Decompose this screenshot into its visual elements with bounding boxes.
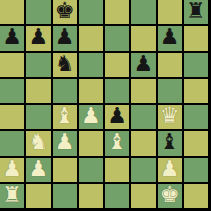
square-h1[interactable] — [184, 184, 208, 208]
square-a8[interactable] — [0, 0, 24, 24]
square-f3[interactable] — [131, 131, 155, 155]
white-knight-b3: ♞ — [29, 131, 49, 153]
black-pawn-e4: ♟ — [107, 105, 127, 127]
square-b3[interactable]: ♞ — [26, 131, 50, 155]
square-a5[interactable] — [0, 79, 24, 103]
square-h3[interactable] — [184, 131, 208, 155]
square-h4[interactable] — [184, 105, 208, 129]
white-pawn-g2: ♟ — [160, 158, 180, 180]
square-a7[interactable]: ♟ — [0, 26, 24, 50]
square-h8[interactable]: ♜ — [184, 0, 208, 24]
white-pawn-d4: ♟ — [81, 105, 101, 127]
square-g5[interactable] — [158, 79, 182, 103]
square-e3[interactable]: ♝ — [105, 131, 129, 155]
square-h5[interactable] — [184, 79, 208, 103]
square-e5[interactable] — [105, 79, 129, 103]
square-e4[interactable]: ♟ — [105, 105, 129, 129]
white-bishop-c4: ♝ — [55, 105, 75, 127]
square-c2[interactable] — [53, 158, 77, 182]
square-e7[interactable] — [105, 26, 129, 50]
square-f8[interactable] — [131, 0, 155, 24]
square-d3[interactable] — [79, 131, 103, 155]
square-g7[interactable]: ♟ — [158, 26, 182, 50]
white-bishop-e3: ♝ — [107, 131, 127, 153]
square-b8[interactable] — [26, 0, 50, 24]
square-g1[interactable]: ♚ — [158, 184, 182, 208]
square-d8[interactable] — [79, 0, 103, 24]
square-c8[interactable]: ♚ — [53, 0, 77, 24]
chess-board: ♚♜♟♟♟♟♞♟♝♟♟♛♞♟♝♝♟♟♟♜♚ — [0, 0, 211, 211]
white-queen-g4: ♛ — [160, 105, 180, 127]
black-knight-c6: ♞ — [55, 53, 75, 75]
white-pawn-a2: ♟ — [2, 158, 22, 180]
square-d7[interactable] — [79, 26, 103, 50]
square-a6[interactable] — [0, 53, 24, 77]
board-frame: ♚♜♟♟♟♟♞♟♝♟♟♛♞♟♝♝♟♟♟♜♚ — [0, 0, 211, 211]
square-b6[interactable] — [26, 53, 50, 77]
square-g4[interactable]: ♛ — [158, 105, 182, 129]
black-rook-h8: ♜ — [186, 0, 206, 22]
square-f7[interactable] — [131, 26, 155, 50]
square-f6[interactable]: ♟ — [131, 53, 155, 77]
square-a2[interactable]: ♟ — [0, 158, 24, 182]
square-f4[interactable] — [131, 105, 155, 129]
black-pawn-f6: ♟ — [134, 53, 154, 75]
square-e2[interactable] — [105, 158, 129, 182]
black-pawn-b7: ♟ — [29, 26, 49, 48]
square-g3[interactable]: ♝ — [158, 131, 182, 155]
square-c3[interactable]: ♟ — [53, 131, 77, 155]
square-b4[interactable] — [26, 105, 50, 129]
black-king-c8: ♚ — [55, 0, 75, 22]
square-e6[interactable] — [105, 53, 129, 77]
black-pawn-g7: ♟ — [160, 26, 180, 48]
square-b1[interactable] — [26, 184, 50, 208]
square-e8[interactable] — [105, 0, 129, 24]
square-d6[interactable] — [79, 53, 103, 77]
square-c6[interactable]: ♞ — [53, 53, 77, 77]
square-g8[interactable] — [158, 0, 182, 24]
black-bishop-g3: ♝ — [160, 131, 180, 153]
square-e1[interactable] — [105, 184, 129, 208]
square-d5[interactable] — [79, 79, 103, 103]
square-f1[interactable] — [131, 184, 155, 208]
white-pawn-b2: ♟ — [29, 158, 49, 180]
square-f2[interactable] — [131, 158, 155, 182]
white-king-g1: ♚ — [160, 184, 180, 206]
square-f5[interactable] — [131, 79, 155, 103]
black-pawn-a7: ♟ — [2, 26, 22, 48]
square-d1[interactable] — [79, 184, 103, 208]
white-pawn-c3: ♟ — [55, 131, 75, 153]
square-b7[interactable]: ♟ — [26, 26, 50, 50]
square-a3[interactable] — [0, 131, 24, 155]
square-c1[interactable] — [53, 184, 77, 208]
square-g6[interactable] — [158, 53, 182, 77]
square-c4[interactable]: ♝ — [53, 105, 77, 129]
square-h2[interactable] — [184, 158, 208, 182]
square-g2[interactable]: ♟ — [158, 158, 182, 182]
square-b5[interactable] — [26, 79, 50, 103]
square-d4[interactable]: ♟ — [79, 105, 103, 129]
square-b2[interactable]: ♟ — [26, 158, 50, 182]
white-rook-a1: ♜ — [2, 184, 22, 206]
square-a1[interactable]: ♜ — [0, 184, 24, 208]
square-a4[interactable] — [0, 105, 24, 129]
square-d2[interactable] — [79, 158, 103, 182]
black-pawn-c7: ♟ — [55, 26, 75, 48]
square-c5[interactable] — [53, 79, 77, 103]
square-c7[interactable]: ♟ — [53, 26, 77, 50]
square-h7[interactable] — [184, 26, 208, 50]
square-h6[interactable] — [184, 53, 208, 77]
